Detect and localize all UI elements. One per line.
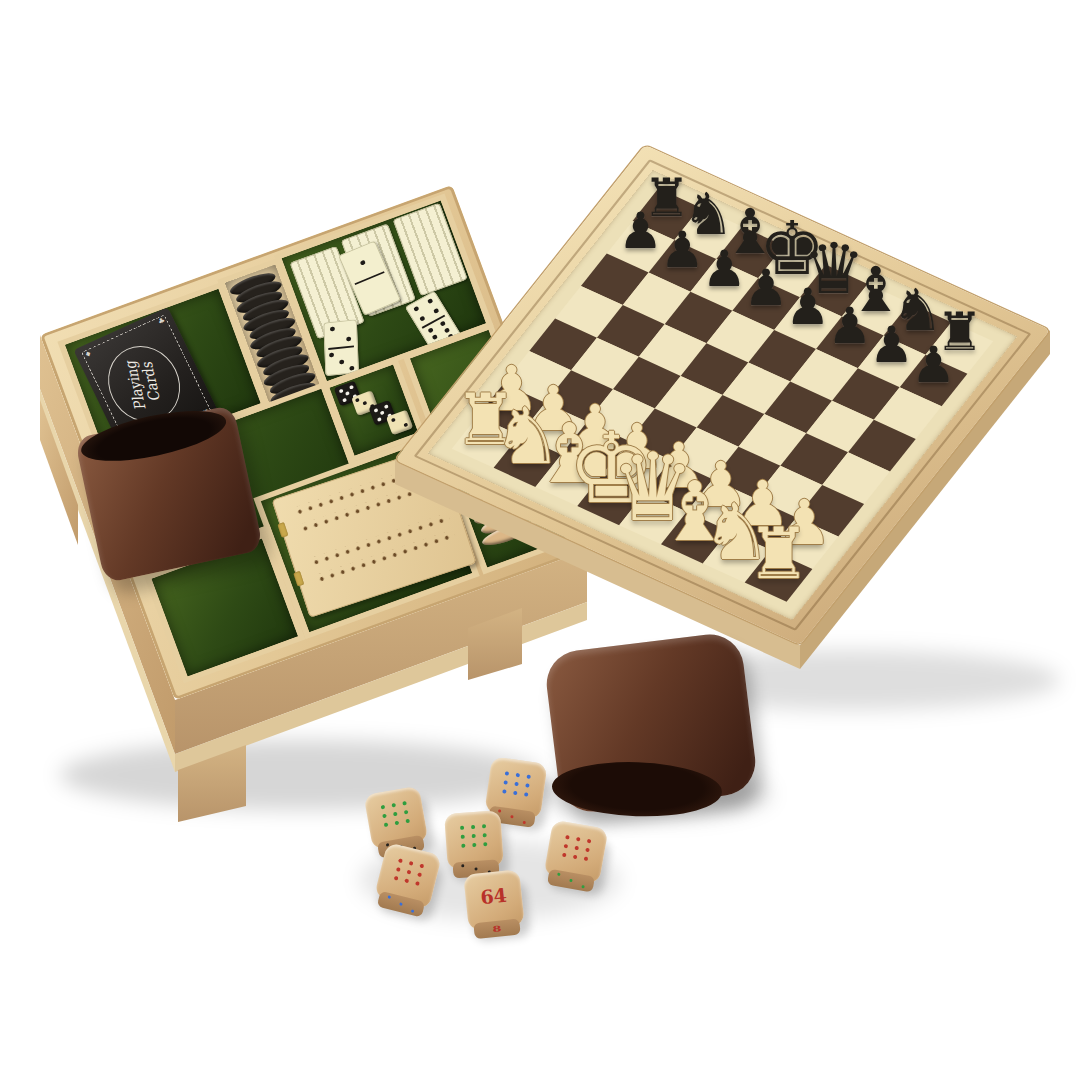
doubling-cube-value: 64 (479, 884, 508, 909)
pip (581, 885, 584, 888)
ornate-face-mark (472, 834, 476, 838)
ornate-face-mark (483, 842, 487, 846)
poker-die[interactable] (484, 756, 547, 819)
pip (522, 821, 525, 824)
ornate-face-mark (398, 858, 403, 863)
ornate-face-mark (391, 803, 396, 808)
ornate-face-mark (461, 844, 465, 848)
ornate-face-mark (394, 876, 399, 881)
ornate-face-mark (584, 857, 589, 862)
ornate-face-mark (409, 861, 414, 866)
ornate-face-mark (472, 843, 476, 847)
ornate-face-mark (404, 878, 409, 883)
ornate-face-mark (576, 837, 581, 842)
ornate-face-mark (402, 801, 407, 806)
ornate-face-mark (381, 805, 386, 810)
ornate-face-mark (562, 853, 567, 858)
ornate-face-mark (419, 864, 424, 869)
ornate-face-mark (384, 823, 389, 828)
pip (461, 864, 464, 867)
ornate-face-mark (396, 867, 401, 872)
ornate-face-mark (513, 791, 518, 796)
ornate-face-mark (407, 870, 412, 875)
ornate-face-mark (461, 835, 465, 839)
poker-die[interactable] (364, 786, 429, 851)
ornate-face-mark (587, 839, 592, 844)
ornate-face-mark (483, 833, 487, 837)
ornate-face-mark (524, 792, 529, 797)
chess-piece-black-pawn[interactable]: ♟ (660, 225, 705, 275)
ornate-face-mark (516, 773, 521, 778)
chess-piece-black-pawn[interactable]: ♟ (702, 244, 747, 294)
doubling-cube[interactable]: 648 (463, 869, 525, 931)
chess-piece-black-pawn[interactable]: ♟ (911, 340, 956, 390)
ornate-face-mark (404, 810, 409, 815)
ornate-face-mark (525, 783, 530, 788)
dice-cup-front[interactable] (543, 631, 759, 816)
chess-piece-black-pawn[interactable]: ♟ (869, 320, 914, 370)
ornate-face-mark (395, 821, 400, 826)
pip (569, 879, 572, 882)
board-edge (0, 0, 1080, 1080)
pip (510, 815, 513, 818)
chess-piece-black-pawn[interactable]: ♟ (744, 263, 789, 313)
ornate-face-mark (482, 824, 486, 828)
ornate-face-mark (526, 774, 531, 779)
ornate-face-mark (564, 844, 569, 849)
ornate-face-mark (460, 826, 464, 830)
chess-piece-white-rook[interactable]: ♜ (747, 518, 811, 589)
pip (411, 910, 415, 914)
pip (498, 809, 501, 812)
ornate-face-mark (382, 814, 387, 819)
chess-piece-black-pawn[interactable]: ♟ (786, 282, 831, 332)
chess-piece-black-pawn[interactable]: ♟ (618, 206, 663, 256)
ornate-face-mark (405, 819, 410, 824)
pip (399, 902, 403, 906)
ornate-face-mark (505, 771, 510, 776)
poker-die[interactable] (444, 810, 504, 870)
ornate-face-mark (565, 835, 570, 840)
ornate-face-mark (514, 782, 519, 787)
chess-piece-black-pawn[interactable]: ♟ (827, 301, 872, 351)
ornate-face-mark (417, 872, 422, 877)
pip (474, 867, 477, 870)
ornate-face-mark (415, 881, 420, 886)
ornate-face-mark (503, 780, 508, 785)
ornate-face-mark (393, 812, 398, 817)
poker-die[interactable] (544, 820, 609, 885)
doubling-cube-side-value: 8 (492, 924, 502, 934)
pip (557, 872, 560, 875)
ornate-face-mark (574, 846, 579, 851)
ornate-face-mark (573, 855, 578, 860)
ornate-face-mark (471, 825, 475, 829)
product-photo-game-compendium: Playing Cards ♦ ♣ ♠ ♥ (0, 0, 1080, 1080)
ornate-face-mark (585, 848, 590, 853)
pip (388, 895, 392, 899)
ornate-face-mark (502, 789, 507, 794)
